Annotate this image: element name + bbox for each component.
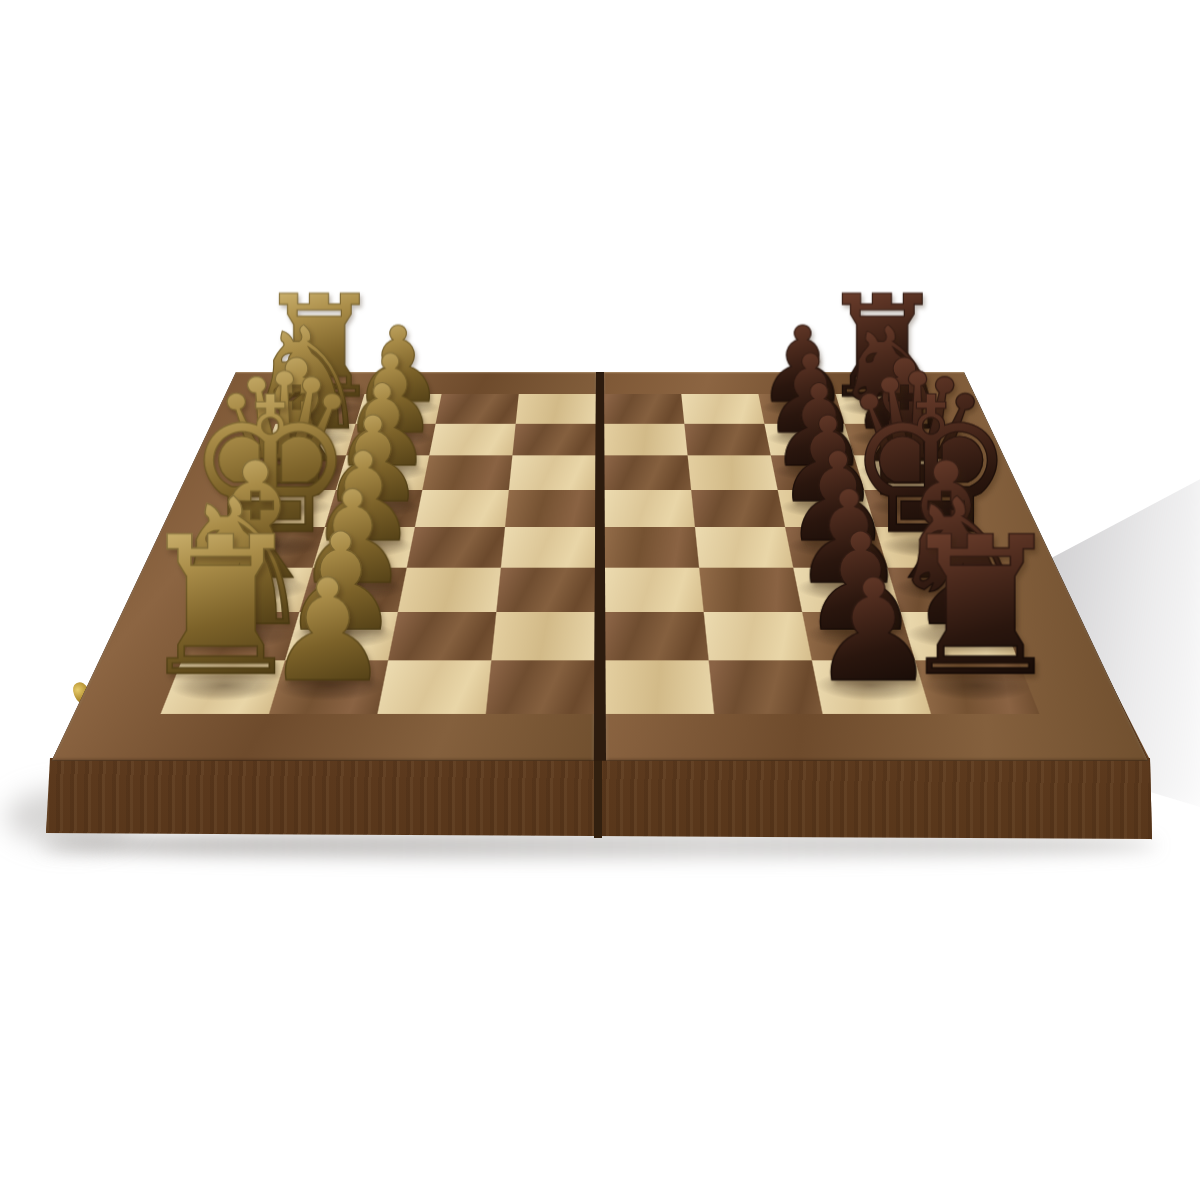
square-f4[interactable] bbox=[496, 568, 595, 612]
board-perspective-wrapper: ♜♟♟♜♞♟♟♞♝♟♟♝♛♟♟♛♚♟♟♚♝♟♟♝♞♟♟♞♜♟♟♜ bbox=[236, 372, 964, 1092]
square-g4[interactable] bbox=[491, 612, 594, 661]
square-e5[interactable] bbox=[605, 527, 699, 568]
square-f5[interactable] bbox=[605, 568, 704, 612]
square-c5[interactable] bbox=[604, 455, 691, 489]
square-a5[interactable] bbox=[604, 394, 684, 424]
square-c4[interactable] bbox=[509, 455, 596, 489]
square-a4[interactable] bbox=[516, 394, 596, 424]
scene: ♜♟♟♜♞♟♟♞♝♟♟♝♛♟♟♛♚♟♟♚♝♟♟♝♞♟♟♞♜♟♟♜ bbox=[0, 0, 1200, 1200]
square-d4[interactable] bbox=[505, 490, 595, 527]
square-b5[interactable] bbox=[604, 424, 687, 456]
square-e4[interactable] bbox=[501, 527, 595, 568]
black-rook-h8[interactable]: ♜ bbox=[873, 507, 1087, 698]
square-b4[interactable] bbox=[512, 424, 595, 456]
square-h5[interactable] bbox=[606, 660, 715, 713]
square-g5[interactable] bbox=[605, 612, 708, 661]
square-d5[interactable] bbox=[605, 490, 695, 527]
chess-board: ♜♟♟♜♞♟♟♞♝♟♟♝♛♟♟♛♚♟♟♚♝♟♟♝♞♟♟♞♜♟♟♜ bbox=[52, 372, 1149, 761]
white-pawn-h2[interactable]: ♟ bbox=[220, 557, 434, 698]
square-h4[interactable] bbox=[486, 660, 595, 713]
